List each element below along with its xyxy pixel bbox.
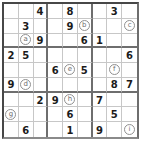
cell-r3c8[interactable] <box>107 34 122 49</box>
cell-r2c2[interactable]: 3 <box>19 19 34 34</box>
cell-r7c2[interactable] <box>19 93 34 108</box>
cell-r3c1[interactable] <box>4 34 19 49</box>
cell-r6c1[interactable]: 9 <box>4 78 19 93</box>
given-digit: 5 <box>111 110 118 120</box>
cell-r1c6[interactable] <box>78 4 93 19</box>
given-digit: 6 <box>67 110 74 120</box>
cell-r5c1[interactable] <box>4 63 19 78</box>
cell-r4c8[interactable] <box>107 48 122 63</box>
cell-r5c6[interactable]: 5 <box>78 63 93 78</box>
given-digit: 7 <box>126 80 133 90</box>
circled-letter-h: h <box>64 94 75 105</box>
given-digit: 9 <box>52 95 59 105</box>
cell-r1c3[interactable]: 4 <box>34 4 49 19</box>
cell-r5c4[interactable]: 6 <box>48 63 63 78</box>
cell-r9c5[interactable]: 1 <box>63 122 78 137</box>
given-digit: 6 <box>52 65 59 75</box>
cell-r3c6[interactable]: 6 <box>78 34 93 49</box>
cell-r5c9[interactable] <box>122 63 137 78</box>
cell-r7c4[interactable]: 9 <box>48 93 63 108</box>
cell-r5c5[interactable]: e <box>63 63 78 78</box>
sudoku-board: 48339bca9612566e5f9d8729h7g65619i <box>0 0 141 141</box>
given-digit: 7 <box>96 95 103 105</box>
cell-r6c7[interactable] <box>93 78 108 93</box>
given-digit: 6 <box>126 51 133 61</box>
cell-r1c4[interactable] <box>48 4 63 19</box>
cell-r2c1[interactable] <box>4 19 19 34</box>
cell-r9c9[interactable]: i <box>122 122 137 137</box>
cell-r1c1[interactable] <box>4 4 19 19</box>
cell-r7c7[interactable]: 7 <box>93 93 108 108</box>
cell-r4c6[interactable] <box>78 48 93 63</box>
cell-r1c5[interactable]: 8 <box>63 4 78 19</box>
given-digit: 8 <box>111 80 118 90</box>
cell-r9c7[interactable]: 9 <box>93 122 108 137</box>
cell-r6c2[interactable]: d <box>19 78 34 93</box>
cell-r4c5[interactable] <box>63 48 78 63</box>
cell-r5c7[interactable] <box>93 63 108 78</box>
cell-r5c3[interactable] <box>34 63 49 78</box>
given-digit: 2 <box>7 51 14 61</box>
cell-r2c3[interactable] <box>34 19 49 34</box>
given-digit: 6 <box>22 125 29 135</box>
cell-r4c4[interactable] <box>48 48 63 63</box>
cell-r4c9[interactable]: 6 <box>122 48 137 63</box>
cell-r7c6[interactable] <box>78 93 93 108</box>
cell-r3c2[interactable]: a <box>19 34 34 49</box>
circled-letter-g: g <box>5 109 16 120</box>
given-digit: 5 <box>22 51 29 61</box>
circled-letter-b: b <box>79 20 90 31</box>
cell-r8c7[interactable] <box>93 107 108 122</box>
given-digit: 9 <box>96 125 103 135</box>
cell-r3c4[interactable] <box>48 34 63 49</box>
cell-r8c9[interactable] <box>122 107 137 122</box>
cell-r8c6[interactable] <box>78 107 93 122</box>
cell-r7c5[interactable]: h <box>63 93 78 108</box>
circled-letter-e: e <box>64 64 75 75</box>
given-digit: 9 <box>36 35 43 45</box>
cell-r1c8[interactable]: 3 <box>107 4 122 19</box>
cell-r2c8[interactable] <box>107 19 122 34</box>
cell-r3c7[interactable]: 1 <box>93 34 108 49</box>
circled-letter-a: a <box>20 34 31 45</box>
cell-r8c2[interactable] <box>19 107 34 122</box>
cell-r4c2[interactable]: 5 <box>19 48 34 63</box>
cell-r8c3[interactable] <box>34 107 49 122</box>
cell-r9c6[interactable] <box>78 122 93 137</box>
cell-r3c9[interactable] <box>122 34 137 49</box>
cell-r8c8[interactable]: 5 <box>107 107 122 122</box>
given-digit: 1 <box>67 125 74 135</box>
cell-r4c3[interactable] <box>34 48 49 63</box>
given-digit: 3 <box>111 6 118 16</box>
cell-r8c5[interactable]: 6 <box>63 107 78 122</box>
given-digit: 6 <box>81 35 88 45</box>
cell-r3c5[interactable] <box>63 34 78 49</box>
given-digit: 1 <box>96 35 103 45</box>
cell-r2c5[interactable]: 9 <box>63 19 78 34</box>
cell-r6c4[interactable] <box>48 78 63 93</box>
cell-r6c6[interactable] <box>78 78 93 93</box>
cell-r2c6[interactable]: b <box>78 19 93 34</box>
cell-r9c8[interactable] <box>107 122 122 137</box>
given-digit: 5 <box>81 65 88 75</box>
cell-r2c4[interactable] <box>48 19 63 34</box>
cell-r6c3[interactable] <box>34 78 49 93</box>
given-digit: 2 <box>36 95 43 105</box>
cell-r9c2[interactable]: 6 <box>19 122 34 137</box>
cell-r2c9[interactable]: c <box>122 19 137 34</box>
cell-r8c1[interactable]: g <box>4 107 19 122</box>
cell-r9c4[interactable] <box>48 122 63 137</box>
cell-r4c1[interactable]: 2 <box>4 48 19 63</box>
cell-r9c1[interactable] <box>4 122 19 137</box>
cell-r6c8[interactable]: 8 <box>107 78 122 93</box>
cell-r7c8[interactable] <box>107 93 122 108</box>
given-digit: 3 <box>22 21 29 31</box>
cell-r7c9[interactable] <box>122 93 137 108</box>
cell-r9c3[interactable] <box>34 122 49 137</box>
cell-r4c7[interactable] <box>93 48 108 63</box>
given-digit: 9 <box>7 80 14 90</box>
circled-letter-d: d <box>20 79 31 90</box>
sudoku-grid: 48339bca9612566e5f9d8729h7g65619i <box>2 2 139 139</box>
cell-r6c9[interactable]: 7 <box>122 78 137 93</box>
cell-r1c7[interactable] <box>93 4 108 19</box>
cell-r7c1[interactable] <box>4 93 19 108</box>
cell-r3c3[interactable]: 9 <box>34 34 49 49</box>
cell-r1c9[interactable] <box>122 4 137 19</box>
given-digit: 8 <box>67 6 74 16</box>
cell-r8c4[interactable] <box>48 107 63 122</box>
cell-r5c2[interactable] <box>19 63 34 78</box>
circled-letter-c: c <box>124 20 135 31</box>
cell-r6c5[interactable] <box>63 78 78 93</box>
given-digit: 4 <box>36 6 43 16</box>
cell-r1c2[interactable] <box>19 4 34 19</box>
given-digit: 9 <box>67 21 74 31</box>
cell-r2c7[interactable] <box>93 19 108 34</box>
cell-r5c8[interactable]: f <box>107 63 122 78</box>
circled-letter-i: i <box>124 124 135 135</box>
cell-r7c3[interactable]: 2 <box>34 93 49 108</box>
circled-letter-f: f <box>109 64 120 75</box>
